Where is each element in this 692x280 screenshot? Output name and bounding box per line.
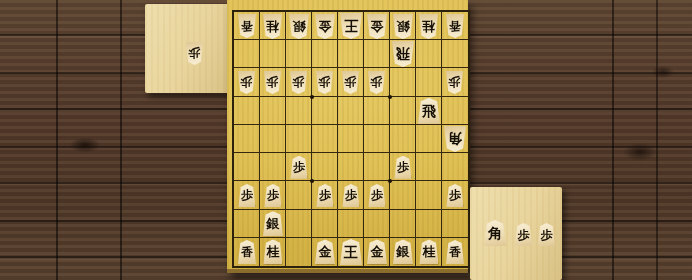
- piece-pawn[interactable]: 歩: [515, 223, 532, 246]
- board-square[interactable]: [416, 181, 442, 209]
- piece-kanji: 歩: [267, 77, 279, 89]
- piece-gold[interactable]: 金: [315, 14, 335, 39]
- piece-pawn[interactable]: 歩: [538, 223, 555, 246]
- piece-silver[interactable]: 銀: [289, 14, 309, 39]
- piece-kanji: 歩: [267, 189, 279, 201]
- board-square[interactable]: [390, 68, 416, 96]
- piece-kanji: 飛: [396, 47, 410, 61]
- piece-kanji: 銀: [396, 20, 409, 33]
- board-square[interactable]: [234, 210, 260, 238]
- piece-silver[interactable]: 銀: [263, 211, 283, 236]
- piece-kanji: 角: [448, 132, 462, 146]
- board-square[interactable]: [416, 68, 442, 96]
- piece-king[interactable]: 王: [340, 13, 362, 39]
- piece-kanji: 香: [241, 246, 253, 258]
- board-square[interactable]: [312, 40, 338, 68]
- board-square[interactable]: [234, 125, 260, 153]
- board-square[interactable]: [338, 97, 364, 125]
- piece-kanji: 桂: [266, 20, 279, 33]
- piece-pawn[interactable]: 歩: [238, 184, 255, 207]
- piece-kanji: 銀: [292, 20, 305, 33]
- piece-pawn[interactable]: 歩: [264, 184, 281, 207]
- piece-kanji: 王: [344, 245, 358, 259]
- board-square[interactable]: [442, 153, 468, 181]
- board-square[interactable]: [338, 40, 364, 68]
- piece-pawn[interactable]: 歩: [446, 184, 463, 207]
- piece-knight[interactable]: 桂: [419, 239, 438, 264]
- board-square[interactable]: [260, 125, 286, 153]
- piece-kanji: 銀: [266, 217, 279, 230]
- piece-kanji: 歩: [449, 77, 461, 89]
- piece-kanji: 歩: [319, 189, 331, 201]
- board-square[interactable]: [312, 125, 338, 153]
- piece-lance[interactable]: 香: [446, 14, 464, 38]
- piece-kanji: 歩: [541, 229, 553, 241]
- piece-pawn[interactable]: 歩: [290, 156, 307, 179]
- piece-kanji: 歩: [319, 77, 331, 89]
- board-square[interactable]: [364, 210, 390, 238]
- board-grid: 香桂銀金王金銀桂香飛歩歩歩歩歩歩歩飛角歩歩歩歩歩歩歩歩銀香桂金王金銀桂香: [232, 10, 470, 268]
- piece-kanji: 歩: [518, 229, 530, 241]
- board-square[interactable]: [312, 97, 338, 125]
- piece-kanji: 桂: [422, 20, 435, 33]
- piece-kanji: 飛: [422, 104, 436, 118]
- board-square[interactable]: [286, 97, 312, 125]
- board-square[interactable]: [416, 210, 442, 238]
- piece-kanji: 金: [370, 245, 383, 258]
- piece-gold[interactable]: 金: [367, 239, 387, 264]
- black-piece-stand: 角歩歩: [470, 187, 562, 280]
- board-square[interactable]: [234, 97, 260, 125]
- star-point: [388, 179, 392, 183]
- piece-pawn[interactable]: 歩: [186, 42, 203, 65]
- piece-kanji: 金: [318, 20, 331, 33]
- board-square[interactable]: [312, 210, 338, 238]
- piece-kanji: 香: [449, 20, 461, 32]
- piece-pawn[interactable]: 歩: [342, 184, 359, 207]
- piece-silver[interactable]: 銀: [393, 239, 413, 264]
- piece-kanji: 香: [241, 20, 253, 32]
- piece-pawn[interactable]: 歩: [316, 184, 333, 207]
- star-point: [310, 179, 314, 183]
- board-square[interactable]: [260, 40, 286, 68]
- board-square[interactable]: [286, 238, 312, 266]
- piece-kanji: 歩: [345, 77, 357, 89]
- star-point: [388, 95, 392, 99]
- piece-kanji: 歩: [397, 161, 409, 173]
- shogi-board: 香桂銀金王金銀桂香飛歩歩歩歩歩歩歩飛角歩歩歩歩歩歩歩歩銀香桂金王金銀桂香: [227, 0, 468, 273]
- board-square[interactable]: [416, 153, 442, 181]
- piece-kanji: 歩: [371, 77, 383, 89]
- piece-kanji: 歩: [241, 77, 253, 89]
- board-square[interactable]: [312, 153, 338, 181]
- piece-kanji: 香: [449, 246, 461, 258]
- piece-kanji: 角: [488, 226, 502, 240]
- board-square[interactable]: [416, 125, 442, 153]
- board-square[interactable]: [338, 153, 364, 181]
- board-square[interactable]: [260, 97, 286, 125]
- piece-kanji: 桂: [422, 245, 435, 258]
- piece-lance[interactable]: 香: [446, 240, 464, 264]
- board-square[interactable]: [390, 181, 416, 209]
- board-square[interactable]: [286, 210, 312, 238]
- board-square[interactable]: [364, 153, 390, 181]
- board-square[interactable]: [286, 181, 312, 209]
- piece-gold[interactable]: 金: [315, 239, 335, 264]
- board-square[interactable]: [234, 40, 260, 68]
- piece-kanji: 桂: [266, 245, 279, 258]
- board-square[interactable]: [286, 40, 312, 68]
- piece-kanji: 歩: [241, 189, 253, 201]
- board-square[interactable]: [234, 153, 260, 181]
- piece-king[interactable]: 王: [340, 239, 362, 265]
- board-square[interactable]: [260, 153, 286, 181]
- piece-pawn[interactable]: 歩: [368, 184, 385, 207]
- piece-kanji: 歩: [345, 189, 357, 201]
- piece-bishop[interactable]: 角: [444, 126, 466, 152]
- board-square[interactable]: [442, 40, 468, 68]
- piece-gold[interactable]: 金: [367, 14, 387, 39]
- piece-pawn[interactable]: 歩: [394, 156, 411, 179]
- piece-lance[interactable]: 香: [238, 14, 256, 38]
- board-square[interactable]: [286, 125, 312, 153]
- board-square[interactable]: [442, 210, 468, 238]
- piece-kanji: 金: [318, 245, 331, 258]
- board-square[interactable]: [390, 210, 416, 238]
- board-square[interactable]: [364, 97, 390, 125]
- board-square[interactable]: [416, 40, 442, 68]
- piece-kanji: 歩: [189, 48, 201, 60]
- piece-rook[interactable]: 飛: [392, 41, 414, 67]
- piece-kanji: 銀: [396, 245, 409, 258]
- piece-lance[interactable]: 香: [238, 240, 256, 264]
- piece-kanji: 歩: [371, 189, 383, 201]
- piece-bishop[interactable]: 角: [484, 220, 506, 246]
- star-point: [310, 95, 314, 99]
- piece-kanji: 歩: [293, 161, 305, 173]
- board-square[interactable]: [364, 125, 390, 153]
- piece-silver[interactable]: 銀: [393, 14, 413, 39]
- piece-kanji: 金: [370, 20, 383, 33]
- piece-kanji: 歩: [449, 189, 461, 201]
- piece-kanji: 王: [344, 19, 358, 33]
- board-square[interactable]: [390, 125, 416, 153]
- board-square[interactable]: [338, 210, 364, 238]
- white-piece-stand: 歩: [145, 4, 232, 93]
- board-square[interactable]: [390, 97, 416, 125]
- board-square[interactable]: [364, 40, 390, 68]
- wooden-table-background: 歩 香桂銀金王金銀桂香飛歩歩歩歩歩歩歩飛角歩歩歩歩歩歩歩歩銀香桂金王金銀桂香 角…: [0, 0, 692, 280]
- piece-kanji: 歩: [293, 77, 305, 89]
- board-square[interactable]: [442, 97, 468, 125]
- piece-rook[interactable]: 飛: [418, 98, 440, 124]
- piece-knight[interactable]: 桂: [263, 239, 282, 264]
- board-square[interactable]: [338, 125, 364, 153]
